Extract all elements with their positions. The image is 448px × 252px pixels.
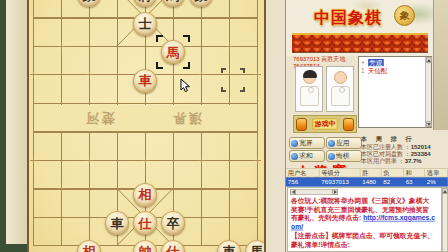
piece-相[interactable]: 相 xyxy=(133,183,157,207)
pieces-layer: 象將馬象士馬車相車仕卒相帥仕車馬 xyxy=(27,0,266,252)
game-logo: 中国象棋 xyxy=(314,8,382,29)
scroll-right-icon[interactable] xyxy=(332,189,338,195)
tool-button-right[interactable] xyxy=(343,118,354,131)
action-button-undo[interactable]: 悔棋 xyxy=(326,150,362,162)
avatar-right xyxy=(326,66,354,112)
help-icon xyxy=(291,153,298,160)
avatar-left xyxy=(295,66,323,112)
info-icon xyxy=(328,140,335,147)
announcement-h-scrollbar[interactable] xyxy=(290,189,338,195)
piece-馬[interactable]: 馬 xyxy=(161,0,185,7)
status-badge: 游戏中 xyxy=(312,118,337,129)
table-cell: 1480 xyxy=(360,177,381,186)
stat-line: 本区已注册人数 ：152014 xyxy=(361,144,448,151)
roof-wave-band xyxy=(292,33,428,53)
table-cell: 63 xyxy=(404,177,425,186)
left-margin-strip xyxy=(6,0,27,244)
scroll-up-icon[interactable] xyxy=(442,188,448,194)
table-header-cell[interactable]: 逃率 xyxy=(425,169,448,177)
tool-button-left[interactable] xyxy=(296,118,307,131)
piece-象[interactable]: 象 xyxy=(77,0,101,7)
piece-帥[interactable]: 帥 xyxy=(133,240,157,252)
game-window: 楚河 漢界 象將馬象士馬車相車仕卒相帥仕車馬 中国象棋 象 76937013 百… xyxy=(0,0,448,252)
spectator-label[interactable]: 天仙配 xyxy=(368,67,388,74)
piece-馬[interactable]: 馬 xyxy=(161,40,185,64)
action-button-widescreen[interactable]: 宽屏 xyxy=(289,137,325,149)
player-avatars xyxy=(295,66,354,112)
mouse-cursor-icon xyxy=(180,78,191,93)
piece-象[interactable]: 象 xyxy=(189,0,213,7)
xiangqi-board[interactable]: 楚河 漢界 象將馬象士馬車相車仕卒相帥仕車馬 xyxy=(27,0,266,252)
avatar-body xyxy=(300,86,319,106)
spectator-item[interactable]: + 旁观 xyxy=(361,59,426,67)
list-scrollbar[interactable] xyxy=(425,57,431,127)
scroll-up-icon[interactable] xyxy=(426,57,432,63)
tree-toggle-icon[interactable]: + xyxy=(361,59,365,66)
piece-士[interactable]: 士 xyxy=(133,12,157,36)
stats-icon-row: 本 周 排 行 xyxy=(361,136,448,143)
scroll-down-icon[interactable] xyxy=(426,121,432,127)
table-header-cell[interactable]: 等级分 xyxy=(319,169,360,177)
spectator-list[interactable]: + 旁观 1 天仙配 xyxy=(358,56,432,128)
avatar-head xyxy=(303,71,316,84)
table-row-selected[interactable]: 756 76937013 1480 82 63 2% xyxy=(286,177,448,186)
piece-相[interactable]: 相 xyxy=(77,240,101,252)
seal-icon: 象 xyxy=(394,5,415,26)
table-header: 用户名 等级分 胜 负 和 逃率 xyxy=(286,168,448,177)
avatar-head xyxy=(334,71,347,84)
table-header-cell[interactable]: 胜 xyxy=(360,169,381,177)
announcement-panel[interactable]: 各位玩人:棋院将举办两届《三国演义》象棋大奖赛!手机直充三重回馈豪礼、无需预约抽… xyxy=(287,187,442,252)
action-buttons: 宽屏 应用 求和 悔棋 xyxy=(289,137,363,162)
piece-仕[interactable]: 仕 xyxy=(161,240,185,252)
piece-將[interactable]: 將 xyxy=(133,0,157,7)
spectator-label-selected[interactable]: 旁观 xyxy=(368,59,384,66)
action-button-draw[interactable]: 求和 xyxy=(289,150,325,162)
selection-box xyxy=(156,35,190,69)
table-cell: 756 xyxy=(286,177,319,186)
info-icon xyxy=(291,140,298,147)
help-icon xyxy=(328,153,335,160)
stats-panel: 本 周 排 行 本区已注册人数 ：152014 本区已对局盘数 ：253384 … xyxy=(361,136,448,164)
stat-line: 本区已对局盘数 ：253384 xyxy=(361,150,448,157)
table-cell: 82 xyxy=(381,177,403,186)
game-toolbar: 游戏中 xyxy=(293,115,357,133)
scroll-left-icon[interactable] xyxy=(290,189,296,195)
piece-車[interactable]: 車 xyxy=(133,69,157,93)
spectator-item[interactable]: 1 天仙配 xyxy=(361,67,426,75)
avatar-hair xyxy=(303,70,317,78)
piece-車[interactable]: 車 xyxy=(105,211,129,235)
table-header-cell[interactable]: 用户名 xyxy=(286,169,319,177)
ranking-table: 用户名 等级分 胜 负 和 逃率 756 76937013 1480 82 63… xyxy=(286,168,448,187)
action-button-apply[interactable]: 应用 xyxy=(326,137,362,149)
spectator-count: 1 xyxy=(361,67,365,74)
side-panel: 中国象棋 象 76937013 百胜天地 76437513 + 旁观 1 天仙配 xyxy=(285,0,448,252)
piece-卒[interactable]: 卒 xyxy=(161,211,185,235)
marble-strip xyxy=(433,0,448,130)
announcement-text: 各位玩人:棋院将举办两届《三国演义》象棋大奖赛!手机直充三重回馈豪礼、无需预约抽… xyxy=(291,197,435,252)
board-panel-gap xyxy=(266,0,285,252)
table-cell: 76937013 xyxy=(319,177,360,186)
stat-line: 本区用户胜率 ：37.7% xyxy=(361,157,448,164)
announcement-v-scrollbar[interactable] xyxy=(442,187,448,252)
piece-仕[interactable]: 仕 xyxy=(133,211,157,235)
avatar-body xyxy=(331,86,350,106)
table-header-cell[interactable]: 负 xyxy=(381,169,403,177)
table-cell: 2% xyxy=(425,177,448,186)
piece-馬[interactable]: 馬 xyxy=(245,240,266,252)
table-header-cell[interactable]: 和 xyxy=(404,169,425,177)
piece-車[interactable]: 車 xyxy=(217,240,241,252)
